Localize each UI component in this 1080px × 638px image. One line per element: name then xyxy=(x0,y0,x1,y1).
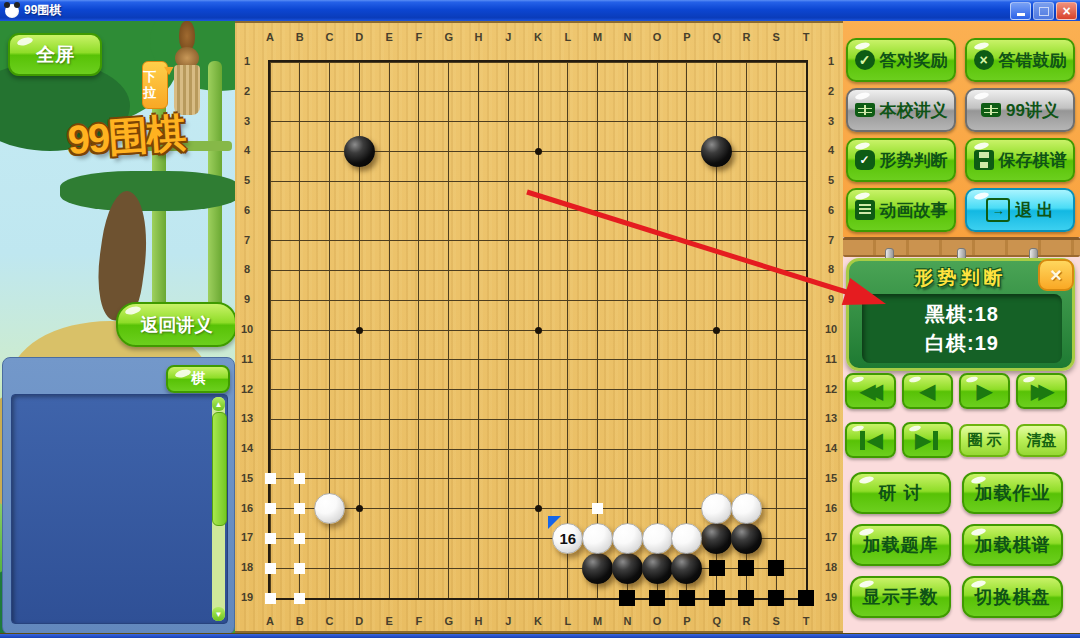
white-stone xyxy=(582,523,613,554)
correct-reward-button[interactable]: ✓答对奖励 xyxy=(846,38,956,82)
left-sidebar: 全屏 下拉 99围棋 返回讲义 棋 ▲ ▼ xyxy=(0,21,235,633)
column-label: D xyxy=(346,615,372,627)
black-stone xyxy=(701,523,732,554)
row-label: 3 xyxy=(234,115,260,127)
check-circle-icon: ✓ xyxy=(855,50,875,70)
row-label: 5 xyxy=(234,174,260,186)
backward-icon: ◀ xyxy=(920,381,935,401)
column-label: T xyxy=(793,31,819,43)
load-homework-button[interactable]: 加载作业 xyxy=(962,472,1063,514)
column-label: O xyxy=(644,615,670,627)
white-stone xyxy=(642,523,673,554)
save-kifu-button[interactable]: 保存棋谱 xyxy=(965,138,1075,182)
column-label: R xyxy=(733,615,759,627)
load-kifu-button[interactable]: 加载棋谱 xyxy=(962,524,1063,566)
first-move-icon: ◀ xyxy=(858,430,882,450)
white-stone xyxy=(731,493,762,524)
row-label: 19 xyxy=(234,591,260,603)
situation-judgment-button[interactable]: ✓形势判断 xyxy=(846,138,956,182)
black-stone xyxy=(731,523,762,554)
column-label: H xyxy=(465,31,491,43)
right-panel: ✓答对奖励×答错鼓励本校讲义99讲义✓形势判断保存棋谱动画故事→退 出 形势判断… xyxy=(843,21,1080,633)
row-label: 13 xyxy=(234,412,260,424)
star-point xyxy=(713,327,720,334)
white-territory-mark xyxy=(265,593,276,604)
column-label: E xyxy=(376,615,402,627)
fast-backward-button[interactable]: ◀◀ xyxy=(845,373,896,409)
white-stone xyxy=(612,523,643,554)
column-label: A xyxy=(257,31,283,43)
button-label: 本校讲义 xyxy=(880,99,948,122)
black-stone xyxy=(582,553,613,584)
column-label: A xyxy=(257,615,283,627)
white-territory-mark xyxy=(294,503,305,514)
column-label: J xyxy=(495,31,521,43)
book-icon xyxy=(855,103,875,117)
row-label: 14 xyxy=(818,442,844,454)
column-label: F xyxy=(406,615,432,627)
fast-forward-button[interactable]: ▶▶ xyxy=(1016,373,1067,409)
wooden-shelf xyxy=(843,237,1080,257)
black-territory-mark xyxy=(738,590,754,606)
row-label: 1 xyxy=(234,55,260,67)
column-label: L xyxy=(555,31,581,43)
scroll-up-icon[interactable]: ▲ xyxy=(212,397,225,411)
row-label: 15 xyxy=(234,472,260,484)
go-board[interactable]: AABBCCDDEEFFGGHHJJKKLLMMNNOOPPQQRRSSTT11… xyxy=(235,21,843,633)
white-territory-mark xyxy=(265,533,276,544)
column-label: P xyxy=(674,31,700,43)
load-problem-bank-button[interactable]: 加载题库 xyxy=(850,524,951,566)
black-stone xyxy=(642,553,673,584)
nav-button-row-2: ◀▶圈 示清盘 xyxy=(845,422,1067,458)
column-label: M xyxy=(585,615,611,627)
black-score: 黑棋:18 xyxy=(925,301,999,328)
row-label: 17 xyxy=(234,531,260,543)
black-territory-mark xyxy=(619,590,635,606)
clear-board-button[interactable]: 清盘 xyxy=(1016,424,1067,457)
row-label: 9 xyxy=(818,293,844,305)
row-label: 16 xyxy=(818,502,844,514)
school-lecture-button[interactable]: 本校讲义 xyxy=(846,88,956,132)
column-label: J xyxy=(495,615,521,627)
row-label: 7 xyxy=(818,234,844,246)
column-label: E xyxy=(376,31,402,43)
white-territory-mark xyxy=(294,473,305,484)
fast-backward-icon: ◀◀ xyxy=(860,381,881,401)
return-to-lecture-button[interactable]: 返回讲义 xyxy=(116,302,235,347)
last-move-button[interactable]: ▶ xyxy=(902,422,953,458)
button-label: 保存棋谱 xyxy=(999,149,1067,172)
button-label: 形势判断 xyxy=(880,149,948,172)
lecture-99-button[interactable]: 99讲义 xyxy=(965,88,1075,132)
scroll-thumb[interactable] xyxy=(212,412,227,526)
button-label: 加载作业 xyxy=(975,481,1051,505)
column-label: M xyxy=(585,31,611,43)
pulldown-tag[interactable]: 下拉 xyxy=(142,61,168,109)
qi-tab[interactable]: 棋 xyxy=(166,365,230,393)
star-point xyxy=(356,505,363,512)
top-button-grid: ✓答对奖励×答错鼓励本校讲义99讲义✓形势判断保存棋谱动画故事→退 出 xyxy=(846,38,1075,232)
minimize-button[interactable] xyxy=(1010,2,1031,20)
maximize-button[interactable] xyxy=(1033,2,1054,20)
nav-button-row-1: ◀◀◀▶▶▶ xyxy=(845,373,1067,409)
star-point xyxy=(535,148,542,155)
button-label: 加载题库 xyxy=(863,533,939,557)
row-label: 12 xyxy=(818,383,844,395)
move-list-panel: 棋 ▲ ▼ xyxy=(2,357,235,633)
star-point xyxy=(535,327,542,334)
row-label: 17 xyxy=(818,531,844,543)
fast-forward-icon: ▶▶ xyxy=(1031,381,1052,401)
app-icon xyxy=(5,4,19,18)
wrong-encourage-button[interactable]: ×答错鼓励 xyxy=(965,38,1075,82)
switch-board-button[interactable]: 切换棋盘 xyxy=(962,576,1063,618)
button-label: 答对奖励 xyxy=(880,49,948,72)
bottom-button-grid: 研 讨加载作业加载题库加载棋谱显示手数切换棋盘 xyxy=(850,472,1063,618)
black-territory-mark xyxy=(738,560,754,576)
scrollbar[interactable]: ▲ ▼ xyxy=(212,397,225,621)
black-stone xyxy=(671,553,702,584)
button-label: 研 讨 xyxy=(878,481,922,505)
row-label: 14 xyxy=(234,442,260,454)
move-list-area: ▲ ▼ xyxy=(11,394,228,624)
button-label: 退 出 xyxy=(1015,199,1054,222)
column-label: K xyxy=(525,615,551,627)
row-label: 13 xyxy=(818,412,844,424)
column-label: C xyxy=(317,31,343,43)
last-move-icon: ▶ xyxy=(915,430,939,450)
column-label: G xyxy=(436,615,462,627)
column-label: H xyxy=(465,615,491,627)
star-point xyxy=(356,327,363,334)
row-label: 11 xyxy=(818,353,844,365)
white-territory-mark xyxy=(592,503,603,514)
column-label: Q xyxy=(704,31,730,43)
white-territory-mark xyxy=(265,563,276,574)
column-label: C xyxy=(317,615,343,627)
row-label: 3 xyxy=(818,115,844,127)
close-icon[interactable]: × xyxy=(1038,259,1074,291)
button-label: 显示手数 xyxy=(863,585,939,609)
exit-button[interactable]: →退 出 xyxy=(965,188,1075,232)
column-label: B xyxy=(287,615,313,627)
row-label: 6 xyxy=(818,204,844,216)
cross-circle-icon: × xyxy=(974,50,994,70)
tree-branch xyxy=(60,171,235,211)
white-territory-mark xyxy=(265,503,276,514)
white-territory-mark xyxy=(265,473,276,484)
row-label: 18 xyxy=(818,561,844,573)
first-move-button[interactable]: ◀ xyxy=(845,422,896,458)
black-territory-mark xyxy=(768,590,784,606)
button-label: 加载棋谱 xyxy=(975,533,1051,557)
column-label: K xyxy=(525,31,551,43)
black-territory-mark xyxy=(679,590,695,606)
fullscreen-button[interactable]: 全屏 xyxy=(8,33,102,76)
situation-judgment-panel: 形势判断 × 黑棋:18 白棋:19 xyxy=(846,258,1075,371)
black-territory-mark xyxy=(709,560,725,576)
button-label: 答错鼓励 xyxy=(999,49,1067,72)
bubble-check-icon: ✓ xyxy=(855,150,875,170)
column-label: P xyxy=(674,615,700,627)
black-territory-mark xyxy=(709,590,725,606)
row-label: 4 xyxy=(234,144,260,156)
black-territory-mark xyxy=(768,560,784,576)
row-label: 2 xyxy=(818,85,844,97)
circle-show-button[interactable]: 圈 示 xyxy=(959,424,1010,457)
column-label: N xyxy=(614,31,640,43)
row-label: 16 xyxy=(234,502,260,514)
row-label: 1 xyxy=(818,55,844,67)
forward-icon: ▶ xyxy=(977,381,992,401)
judgment-scores: 黑棋:18 白棋:19 xyxy=(862,294,1062,363)
app-window: 99围棋 × 全屏 下拉 99围棋 返回讲义 xyxy=(0,0,1080,638)
window-title: 99围棋 xyxy=(24,2,61,19)
title-bar: 99围棋 × xyxy=(0,0,1080,21)
column-label: T xyxy=(793,615,819,627)
exit-icon: → xyxy=(986,198,1010,222)
row-label: 11 xyxy=(234,353,260,365)
column-label: O xyxy=(644,31,670,43)
row-label: 2 xyxy=(234,85,260,97)
current-move-triangle-icon xyxy=(548,516,561,529)
white-territory-mark xyxy=(294,533,305,544)
scroll-down-icon[interactable]: ▼ xyxy=(212,607,225,621)
column-label: D xyxy=(346,31,372,43)
forward-button[interactable]: ▶ xyxy=(959,373,1010,409)
app-logo: 99围棋 xyxy=(44,103,207,169)
black-territory-mark xyxy=(798,590,814,606)
floppy-icon xyxy=(974,150,994,170)
row-label: 7 xyxy=(234,234,260,246)
column-label: S xyxy=(763,31,789,43)
row-label: 19 xyxy=(818,591,844,603)
white-territory-mark xyxy=(294,563,305,574)
white-score: 白棋:19 xyxy=(925,330,999,357)
row-label: 4 xyxy=(818,144,844,156)
button-label: 99讲义 xyxy=(1006,99,1059,122)
column-label: G xyxy=(436,31,462,43)
column-label: R xyxy=(733,31,759,43)
column-label: L xyxy=(555,615,581,627)
black-stone xyxy=(344,136,375,167)
button-label: 动画故事 xyxy=(880,199,948,222)
discuss-button[interactable]: 研 讨 xyxy=(850,472,951,514)
backward-button[interactable]: ◀ xyxy=(902,373,953,409)
row-label: 18 xyxy=(234,561,260,573)
close-button[interactable]: × xyxy=(1056,2,1077,20)
row-label: 10 xyxy=(818,323,844,335)
window-bottom-border xyxy=(0,633,1080,638)
column-label: Q xyxy=(704,615,730,627)
column-label: S xyxy=(763,615,789,627)
row-label: 8 xyxy=(818,263,844,275)
column-label: F xyxy=(406,31,432,43)
row-label: 6 xyxy=(234,204,260,216)
book-icon xyxy=(981,103,1001,117)
animation-story-button[interactable]: 动画故事 xyxy=(846,188,956,232)
row-label: 8 xyxy=(234,263,260,275)
row-label: 5 xyxy=(818,174,844,186)
black-territory-mark xyxy=(649,590,665,606)
star-point xyxy=(535,505,542,512)
show-move-numbers-button[interactable]: 显示手数 xyxy=(850,576,951,618)
black-stone xyxy=(701,136,732,167)
row-label: 10 xyxy=(234,323,260,335)
black-stone xyxy=(612,553,643,584)
story-icon xyxy=(855,200,875,220)
button-label: 切换棋盘 xyxy=(975,585,1051,609)
column-label: N xyxy=(614,615,640,627)
column-label: B xyxy=(287,31,313,43)
white-territory-mark xyxy=(294,593,305,604)
row-label: 9 xyxy=(234,293,260,305)
row-label: 15 xyxy=(818,472,844,484)
row-label: 12 xyxy=(234,383,260,395)
